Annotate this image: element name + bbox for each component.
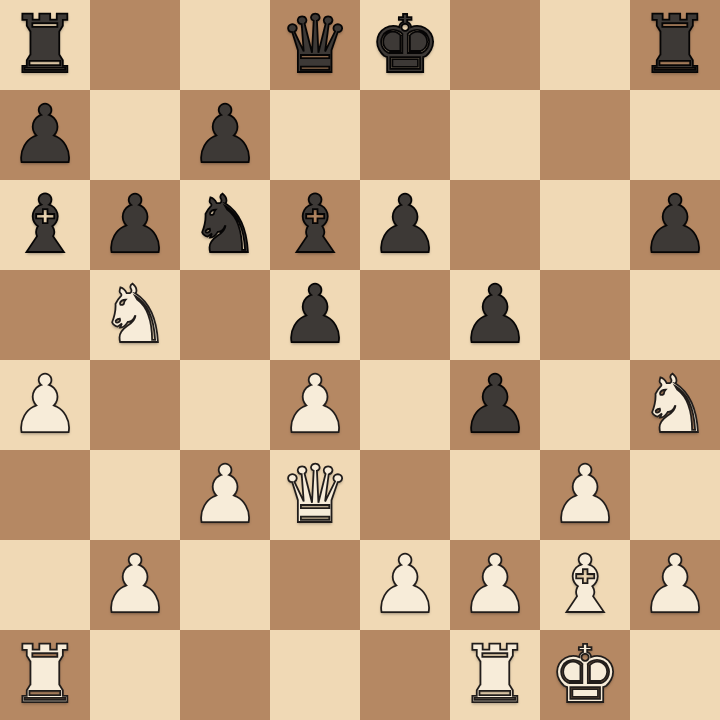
piece-white-rook[interactable]: ♜	[459, 635, 531, 715]
square-e8[interactable]: ♚	[360, 0, 450, 90]
piece-black-rook[interactable]: ♜	[9, 5, 81, 85]
piece-black-pawn[interactable]: ♟	[99, 185, 171, 265]
square-a2[interactable]	[0, 540, 90, 630]
square-c6[interactable]: ♞	[180, 180, 270, 270]
piece-white-pawn[interactable]: ♟	[9, 365, 81, 445]
square-f2[interactable]: ♟	[450, 540, 540, 630]
square-g6[interactable]	[540, 180, 630, 270]
square-f5[interactable]: ♟	[450, 270, 540, 360]
piece-black-king[interactable]: ♚	[369, 5, 441, 85]
square-g3[interactable]: ♟	[540, 450, 630, 540]
square-a1[interactable]: ♜	[0, 630, 90, 720]
square-f4[interactable]: ♟	[450, 360, 540, 450]
square-d6[interactable]: ♝	[270, 180, 360, 270]
square-g4[interactable]	[540, 360, 630, 450]
square-a3[interactable]	[0, 450, 90, 540]
piece-black-pawn[interactable]: ♟	[639, 185, 711, 265]
square-d1[interactable]	[270, 630, 360, 720]
square-d7[interactable]	[270, 90, 360, 180]
piece-black-bishop[interactable]: ♝	[9, 185, 81, 265]
square-c1[interactable]	[180, 630, 270, 720]
piece-black-pawn[interactable]: ♟	[189, 95, 261, 175]
square-h1[interactable]	[630, 630, 720, 720]
square-a5[interactable]	[0, 270, 90, 360]
square-e4[interactable]	[360, 360, 450, 450]
square-g2[interactable]: ♝	[540, 540, 630, 630]
square-h6[interactable]: ♟	[630, 180, 720, 270]
square-e7[interactable]	[360, 90, 450, 180]
square-b2[interactable]: ♟	[90, 540, 180, 630]
square-c8[interactable]	[180, 0, 270, 90]
square-h5[interactable]	[630, 270, 720, 360]
square-g8[interactable]	[540, 0, 630, 90]
piece-white-pawn[interactable]: ♟	[189, 455, 261, 535]
piece-white-knight[interactable]: ♞	[639, 365, 711, 445]
piece-white-pawn[interactable]: ♟	[639, 545, 711, 625]
square-b1[interactable]	[90, 630, 180, 720]
square-e2[interactable]: ♟	[360, 540, 450, 630]
square-b3[interactable]	[90, 450, 180, 540]
piece-white-knight[interactable]: ♞	[99, 275, 171, 355]
square-b4[interactable]	[90, 360, 180, 450]
square-e5[interactable]	[360, 270, 450, 360]
piece-black-knight[interactable]: ♞	[189, 185, 261, 265]
piece-white-pawn[interactable]: ♟	[369, 545, 441, 625]
square-h3[interactable]	[630, 450, 720, 540]
square-e1[interactable]	[360, 630, 450, 720]
square-b5[interactable]: ♞	[90, 270, 180, 360]
square-d5[interactable]: ♟	[270, 270, 360, 360]
square-a6[interactable]: ♝	[0, 180, 90, 270]
square-h8[interactable]: ♜	[630, 0, 720, 90]
piece-white-pawn[interactable]: ♟	[459, 545, 531, 625]
square-c2[interactable]	[180, 540, 270, 630]
square-b6[interactable]: ♟	[90, 180, 180, 270]
piece-black-pawn[interactable]: ♟	[459, 365, 531, 445]
square-e3[interactable]	[360, 450, 450, 540]
piece-white-bishop[interactable]: ♝	[549, 545, 621, 625]
square-a8[interactable]: ♜	[0, 0, 90, 90]
piece-white-pawn[interactable]: ♟	[99, 545, 171, 625]
square-h4[interactable]: ♞	[630, 360, 720, 450]
piece-black-pawn[interactable]: ♟	[459, 275, 531, 355]
square-d2[interactable]	[270, 540, 360, 630]
square-g5[interactable]	[540, 270, 630, 360]
piece-black-bishop[interactable]: ♝	[279, 185, 351, 265]
square-e6[interactable]: ♟	[360, 180, 450, 270]
square-f8[interactable]	[450, 0, 540, 90]
piece-black-queen[interactable]: ♛	[279, 5, 351, 85]
square-d4[interactable]: ♟	[270, 360, 360, 450]
square-b8[interactable]	[90, 0, 180, 90]
square-b7[interactable]	[90, 90, 180, 180]
piece-black-pawn[interactable]: ♟	[9, 95, 81, 175]
square-f7[interactable]	[450, 90, 540, 180]
square-c4[interactable]	[180, 360, 270, 450]
piece-black-pawn[interactable]: ♟	[279, 275, 351, 355]
square-c7[interactable]: ♟	[180, 90, 270, 180]
square-g7[interactable]	[540, 90, 630, 180]
piece-white-rook[interactable]: ♜	[9, 635, 81, 715]
piece-white-queen[interactable]: ♛	[279, 455, 351, 535]
piece-white-pawn[interactable]: ♟	[279, 365, 351, 445]
square-g1[interactable]: ♚	[540, 630, 630, 720]
square-f1[interactable]: ♜	[450, 630, 540, 720]
square-h2[interactable]: ♟	[630, 540, 720, 630]
square-c3[interactable]: ♟	[180, 450, 270, 540]
piece-white-pawn[interactable]: ♟	[549, 455, 621, 535]
square-h7[interactable]	[630, 90, 720, 180]
square-a7[interactable]: ♟	[0, 90, 90, 180]
square-a4[interactable]: ♟	[0, 360, 90, 450]
piece-black-pawn[interactable]: ♟	[369, 185, 441, 265]
chess-board: ♜♛♚♜♟♟♝♟♞♝♟♟♞♟♟♟♟♟♞♟♛♟♟♟♟♝♟♜♜♚	[0, 0, 720, 720]
square-f3[interactable]	[450, 450, 540, 540]
piece-black-rook[interactable]: ♜	[639, 5, 711, 85]
piece-white-king[interactable]: ♚	[549, 635, 621, 715]
square-d8[interactable]: ♛	[270, 0, 360, 90]
square-d3[interactable]: ♛	[270, 450, 360, 540]
square-c5[interactable]	[180, 270, 270, 360]
square-f6[interactable]	[450, 180, 540, 270]
